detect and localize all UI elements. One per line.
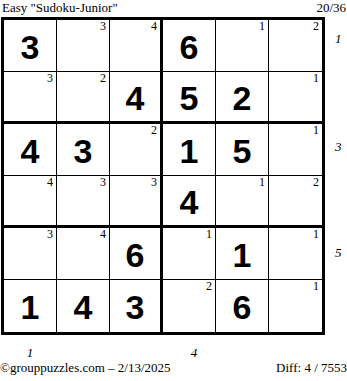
given-digit: 1 <box>233 238 252 272</box>
cell-r1c6[interactable]: 2 <box>269 20 322 72</box>
row-label-1: 1 <box>335 32 342 45</box>
corner-mark: 3 <box>47 228 53 241</box>
given-digit: 1 <box>180 134 199 168</box>
cell-r6c3[interactable]: 3 <box>110 280 163 332</box>
given-digit: 6 <box>233 290 252 324</box>
corner-mark: 1 <box>206 228 212 241</box>
cell-r2c3[interactable]: 4 <box>110 72 163 124</box>
cell-r3c2[interactable]: 3 <box>57 124 110 176</box>
cell-r6c4[interactable]: 2 <box>163 280 216 332</box>
corner-mark: 2 <box>151 124 157 137</box>
given-digit: 3 <box>74 134 93 168</box>
cell-r1c2[interactable]: 3 <box>57 20 110 72</box>
cell-r4c3[interactable]: 3 <box>110 176 163 228</box>
sudoku-page: Easy "Sudoku-Junior" 20/36 3346123245214… <box>0 0 347 381</box>
given-digit: 5 <box>233 134 252 168</box>
sudoku-board: 334612324521432151433412346111143261 <box>1 17 325 335</box>
corner-mark: 1 <box>259 20 265 33</box>
cell-r4c4[interactable]: 4 <box>163 176 216 228</box>
given-digit: 4 <box>126 81 145 115</box>
corner-mark: 3 <box>47 72 53 85</box>
cell-r2c5[interactable]: 2 <box>216 72 269 124</box>
cell-r5c5[interactable]: 1 <box>216 228 269 280</box>
col-label-4: 4 <box>184 346 204 359</box>
cell-r5c3[interactable]: 6 <box>110 228 163 280</box>
row-label-3: 3 <box>335 140 342 153</box>
given-digit: 4 <box>74 290 93 324</box>
given-digit: 4 <box>180 185 199 219</box>
cell-r5c4[interactable]: 1 <box>163 228 216 280</box>
given-digit: 3 <box>21 30 40 64</box>
cell-r3c3[interactable]: 2 <box>110 124 163 176</box>
corner-mark: 4 <box>47 176 53 189</box>
cell-r2c2[interactable]: 2 <box>57 72 110 124</box>
cell-r1c1[interactable]: 3 <box>4 20 57 72</box>
cell-r6c6[interactable]: 1 <box>269 280 322 332</box>
cell-r4c1[interactable]: 4 <box>4 176 57 228</box>
cell-r3c4[interactable]: 1 <box>163 124 216 176</box>
footer: ©grouppuzzles.com – 2/13/2025 Diff: 4 / … <box>0 361 347 375</box>
corner-mark: 3 <box>151 176 157 189</box>
corner-mark: 2 <box>313 176 319 189</box>
given-digit: 2 <box>233 81 252 115</box>
cell-r5c2[interactable]: 4 <box>57 228 110 280</box>
cell-r4c6[interactable]: 2 <box>269 176 322 228</box>
cell-r3c6[interactable]: 1 <box>269 124 322 176</box>
cell-r6c5[interactable]: 6 <box>216 280 269 332</box>
cell-r4c2[interactable]: 3 <box>57 176 110 228</box>
corner-mark: 4 <box>151 20 157 33</box>
cell-r1c4[interactable]: 6 <box>163 20 216 72</box>
puzzle-title: Easy "Sudoku-Junior" <box>2 1 118 15</box>
cell-r6c2[interactable]: 4 <box>57 280 110 332</box>
cell-r2c6[interactable]: 1 <box>269 72 322 124</box>
given-digit: 4 <box>21 134 40 168</box>
corner-mark: 1 <box>313 280 319 293</box>
given-digit: 1 <box>21 290 40 324</box>
given-digit: 5 <box>180 81 199 115</box>
given-digit: 6 <box>126 238 145 272</box>
corner-mark: 1 <box>313 72 319 85</box>
corner-mark: 2 <box>206 280 212 293</box>
cell-r3c5[interactable]: 5 <box>216 124 269 176</box>
corner-mark: 1 <box>313 228 319 241</box>
col-label-1: 1 <box>20 346 40 359</box>
corner-mark: 4 <box>100 228 106 241</box>
cell-r6c1[interactable]: 1 <box>4 280 57 332</box>
cell-r5c1[interactable]: 3 <box>4 228 57 280</box>
cell-r3c1[interactable]: 4 <box>4 124 57 176</box>
given-digit: 3 <box>126 290 145 324</box>
cell-r1c5[interactable]: 1 <box>216 20 269 72</box>
cell-r5c6[interactable]: 1 <box>269 228 322 280</box>
row-label-5: 5 <box>335 246 342 259</box>
cell-r2c1[interactable]: 3 <box>4 72 57 124</box>
progress-counter: 20/36 <box>316 1 346 15</box>
copyright-text: ©grouppuzzles.com – 2/13/2025 <box>0 361 171 375</box>
cell-r1c3[interactable]: 4 <box>110 20 163 72</box>
corner-mark: 3 <box>100 20 106 33</box>
cell-r4c5[interactable]: 1 <box>216 176 269 228</box>
corner-mark: 1 <box>259 176 265 189</box>
corner-mark: 1 <box>313 124 319 137</box>
given-digit: 6 <box>180 30 199 64</box>
corner-mark: 2 <box>100 72 106 85</box>
header: Easy "Sudoku-Junior" 20/36 <box>2 1 346 15</box>
cell-r2c4[interactable]: 5 <box>163 72 216 124</box>
corner-mark: 3 <box>100 176 106 189</box>
corner-mark: 2 <box>313 20 319 33</box>
difficulty-text: Diff: 4 / 7553 <box>276 361 347 375</box>
